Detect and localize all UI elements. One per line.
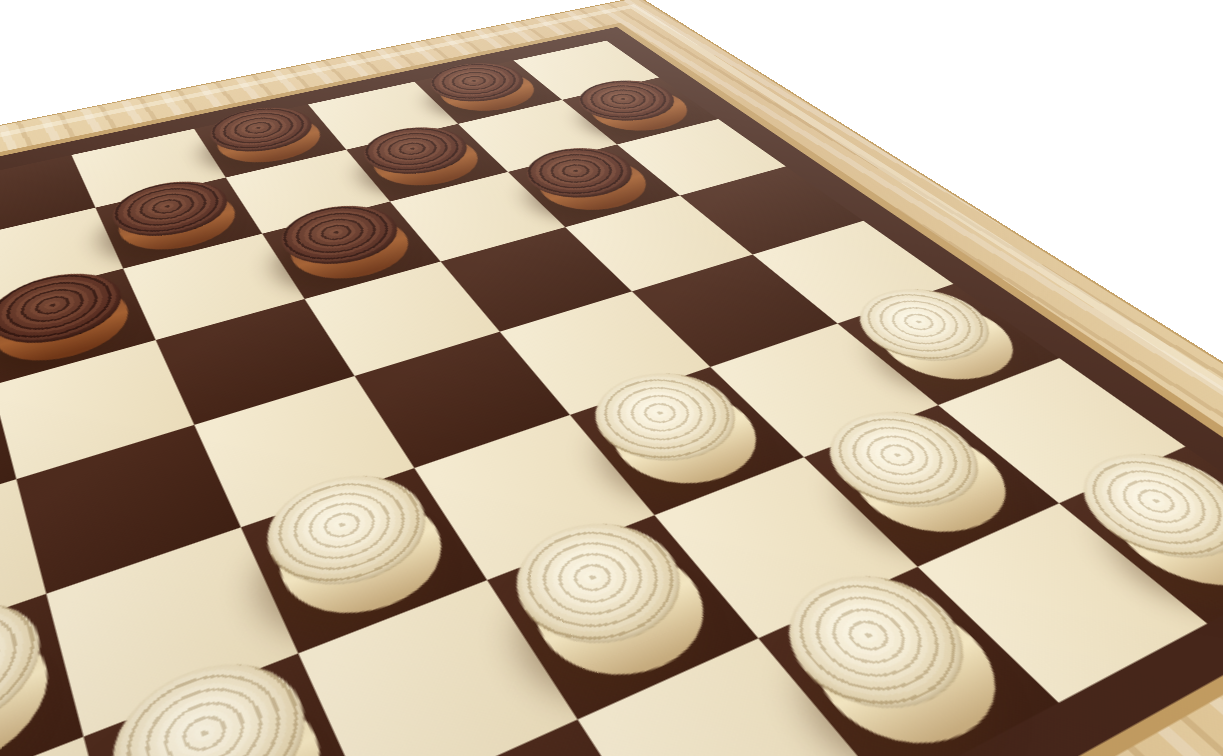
- board-grid: [0, 41, 1223, 756]
- checkers-board: [0, 0, 1223, 756]
- checker-light[interactable]: [0, 610, 61, 756]
- photo-scene: [0, 0, 1223, 756]
